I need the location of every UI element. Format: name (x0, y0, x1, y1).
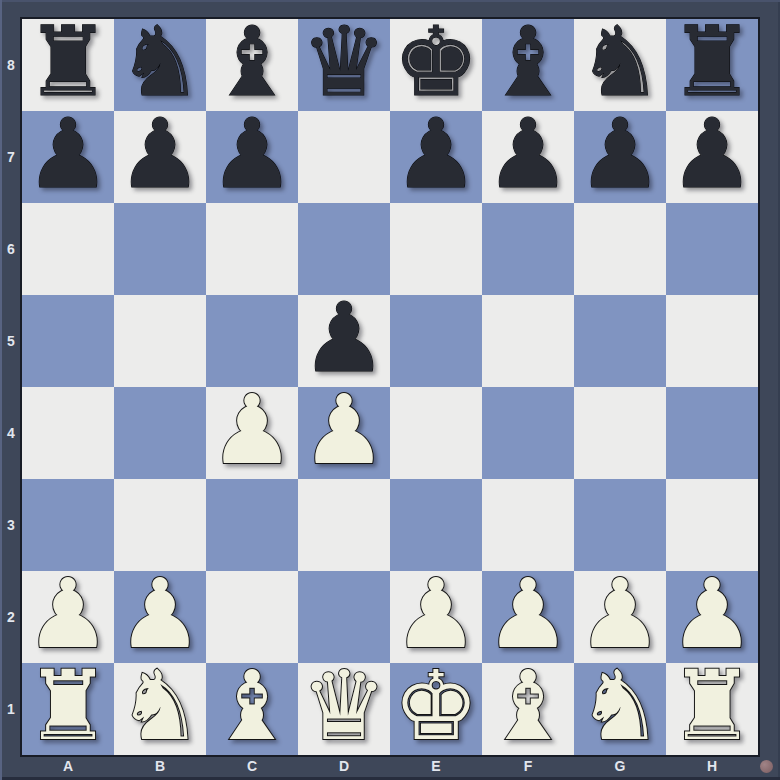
black-pawn-e7[interactable]: ♟ (393, 106, 479, 202)
square-e5[interactable] (390, 295, 482, 387)
black-pawn-d5[interactable]: ♟ (301, 290, 387, 386)
file-label-f: F (482, 755, 574, 778)
square-b5[interactable] (114, 295, 206, 387)
square-a6[interactable] (22, 203, 114, 295)
white-king-e1[interactable]: ♚ (393, 658, 479, 754)
square-f5[interactable] (482, 295, 574, 387)
file-labels: ABCDEFGH (22, 755, 758, 778)
rank-labels: 87654321 (0, 19, 22, 755)
square-a5[interactable] (22, 295, 114, 387)
black-pawn-g7[interactable]: ♟ (577, 106, 663, 202)
square-c7[interactable]: ♟ (206, 111, 298, 203)
square-d4[interactable]: ♟ (298, 387, 390, 479)
white-pawn-h2[interactable]: ♟ (669, 566, 755, 662)
square-d8[interactable]: ♛ (298, 19, 390, 111)
square-b1[interactable]: ♞ (114, 663, 206, 755)
square-a7[interactable]: ♟ (22, 111, 114, 203)
black-pawn-h7[interactable]: ♟ (669, 106, 755, 202)
black-king-e8[interactable]: ♚ (393, 14, 479, 110)
white-pawn-f2[interactable]: ♟ (485, 566, 571, 662)
square-e7[interactable]: ♟ (390, 111, 482, 203)
chess-board: ♜♞♝♛♚♝♞♜♟♟♟♟♟♟♟♟♟♟♟♟♟♟♟♟♜♞♝♛♚♝♞♜ (22, 19, 758, 755)
rank-label-5: 5 (0, 295, 22, 387)
white-knight-b1[interactable]: ♞ (117, 658, 203, 754)
white-knight-g1[interactable]: ♞ (577, 658, 663, 754)
square-h4[interactable] (666, 387, 758, 479)
file-label-c: C (206, 755, 298, 778)
square-f7[interactable]: ♟ (482, 111, 574, 203)
square-d3[interactable] (298, 479, 390, 571)
square-f6[interactable] (482, 203, 574, 295)
rank-label-4: 4 (0, 387, 22, 479)
square-f1[interactable]: ♝ (482, 663, 574, 755)
square-e1[interactable]: ♚ (390, 663, 482, 755)
square-f4[interactable] (482, 387, 574, 479)
black-bishop-c8[interactable]: ♝ (209, 14, 295, 110)
file-label-b: B (114, 755, 206, 778)
black-pawn-a7[interactable]: ♟ (25, 106, 111, 202)
rank-label-7: 7 (0, 111, 22, 203)
square-g5[interactable] (574, 295, 666, 387)
black-knight-b8[interactable]: ♞ (117, 14, 203, 110)
square-a4[interactable] (22, 387, 114, 479)
square-b4[interactable] (114, 387, 206, 479)
white-bishop-c1[interactable]: ♝ (209, 658, 295, 754)
black-pawn-b7[interactable]: ♟ (117, 106, 203, 202)
white-pawn-c4[interactable]: ♟ (209, 382, 295, 478)
square-g4[interactable] (574, 387, 666, 479)
chess-board-frame: 87654321 ♜♞♝♛♚♝♞♜♟♟♟♟♟♟♟♟♟♟♟♟♟♟♟♟♜♞♝♛♚♝♞… (0, 0, 780, 780)
black-queen-d8[interactable]: ♛ (301, 14, 387, 110)
square-c6[interactable] (206, 203, 298, 295)
white-bishop-f1[interactable]: ♝ (485, 658, 571, 754)
white-pawn-b2[interactable]: ♟ (117, 566, 203, 662)
square-c4[interactable]: ♟ (206, 387, 298, 479)
square-e4[interactable] (390, 387, 482, 479)
file-label-e: E (390, 755, 482, 778)
square-h6[interactable] (666, 203, 758, 295)
square-d1[interactable]: ♛ (298, 663, 390, 755)
rank-label-2: 2 (0, 571, 22, 663)
square-h5[interactable] (666, 295, 758, 387)
white-pawn-e2[interactable]: ♟ (393, 566, 479, 662)
file-label-h: H (666, 755, 758, 778)
file-label-g: G (574, 755, 666, 778)
square-g6[interactable] (574, 203, 666, 295)
white-queen-d1[interactable]: ♛ (301, 658, 387, 754)
square-h7[interactable]: ♟ (666, 111, 758, 203)
white-rook-a1[interactable]: ♜ (25, 658, 111, 754)
white-rook-h1[interactable]: ♜ (669, 658, 755, 754)
white-pawn-g2[interactable]: ♟ (577, 566, 663, 662)
rank-label-8: 8 (0, 19, 22, 111)
square-e6[interactable] (390, 203, 482, 295)
black-bishop-f8[interactable]: ♝ (485, 14, 571, 110)
square-h1[interactable]: ♜ (666, 663, 758, 755)
square-c1[interactable]: ♝ (206, 663, 298, 755)
white-pawn-a2[interactable]: ♟ (25, 566, 111, 662)
square-c3[interactable] (206, 479, 298, 571)
square-g1[interactable]: ♞ (574, 663, 666, 755)
square-b6[interactable] (114, 203, 206, 295)
square-g7[interactable]: ♟ (574, 111, 666, 203)
file-label-d: D (298, 755, 390, 778)
square-b7[interactable]: ♟ (114, 111, 206, 203)
black-pawn-c7[interactable]: ♟ (209, 106, 295, 202)
square-d7[interactable] (298, 111, 390, 203)
file-label-a: A (22, 755, 114, 778)
rank-label-3: 3 (0, 479, 22, 571)
square-a1[interactable]: ♜ (22, 663, 114, 755)
corner-dot (760, 760, 773, 773)
black-rook-h8[interactable]: ♜ (669, 14, 755, 110)
rank-label-1: 1 (0, 663, 22, 755)
black-knight-g8[interactable]: ♞ (577, 14, 663, 110)
white-pawn-d4[interactable]: ♟ (301, 382, 387, 478)
black-pawn-f7[interactable]: ♟ (485, 106, 571, 202)
rank-label-6: 6 (0, 203, 22, 295)
black-rook-a8[interactable]: ♜ (25, 14, 111, 110)
